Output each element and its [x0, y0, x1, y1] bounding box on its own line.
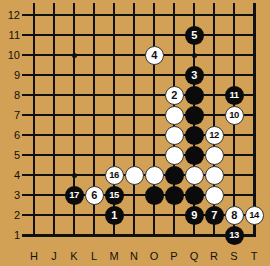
black-stone-s8[interactable]: 11 [225, 86, 244, 105]
column-label-q: Q [184, 250, 204, 263]
row-label-11: 11 [0, 29, 20, 41]
white-stone-p8[interactable]: 2 [165, 86, 184, 105]
black-stone-m3[interactable]: 15 [105, 186, 124, 205]
white-stone-m4[interactable]: 16 [105, 166, 124, 185]
column-label-h: H [24, 250, 44, 263]
row-label-3: 3 [0, 189, 20, 201]
go-board[interactable]: 1234567891011121314151617 12345678910111… [0, 0, 270, 266]
row-label-12: 12 [0, 9, 20, 21]
grid-line-h [22, 74, 256, 76]
move-number: 12 [209, 130, 219, 140]
move-number: 3 [191, 70, 197, 81]
white-stone-p7[interactable] [165, 106, 184, 125]
row-label-8: 8 [0, 89, 20, 101]
black-stone-p3[interactable] [165, 186, 184, 205]
row-label-7: 7 [0, 109, 20, 121]
black-stone-o3[interactable] [145, 186, 164, 205]
white-stone-s2[interactable]: 8 [225, 206, 244, 225]
row-label-6: 6 [0, 129, 20, 141]
grid-line-h [22, 14, 256, 16]
black-stone-q7[interactable] [185, 106, 204, 125]
black-stone-q2[interactable]: 9 [185, 206, 204, 225]
grid-line-v [133, 3, 135, 237]
move-number: 5 [191, 30, 197, 41]
grid-line-h [22, 54, 256, 56]
black-stone-q9[interactable]: 3 [185, 66, 204, 85]
move-number: 13 [229, 230, 239, 240]
column-label-k: K [64, 250, 84, 263]
white-stone-r3[interactable] [205, 186, 224, 205]
white-stone-r4[interactable] [205, 166, 224, 185]
row-label-4: 4 [0, 169, 20, 181]
black-stone-q8[interactable] [185, 86, 204, 105]
move-number: 4 [151, 50, 157, 61]
move-number: 11 [229, 90, 238, 100]
grid-line-v [33, 3, 35, 237]
board-edge-bottom [22, 234, 256, 237]
move-number: 7 [211, 210, 217, 221]
column-label-s: S [224, 250, 244, 263]
grid-line-v [53, 3, 55, 237]
row-label-2: 2 [0, 209, 20, 221]
black-stone-k3[interactable]: 17 [65, 186, 84, 205]
move-number: 1 [111, 210, 117, 221]
white-stone-o4[interactable] [145, 166, 164, 185]
star-point-q10 [192, 53, 197, 58]
move-number: 2 [171, 90, 177, 101]
white-stone-t2[interactable]: 14 [245, 206, 264, 225]
grid-line-h [22, 94, 256, 96]
white-stone-o10[interactable]: 4 [145, 46, 164, 65]
black-stone-q5[interactable] [185, 146, 204, 165]
board-edge-right [253, 3, 256, 237]
black-stone-q11[interactable]: 5 [185, 26, 204, 45]
column-label-p: P [164, 250, 184, 263]
move-number: 14 [249, 210, 259, 220]
white-stone-r5[interactable] [205, 146, 224, 165]
black-stone-s1[interactable]: 13 [225, 226, 244, 245]
column-label-t: T [244, 250, 264, 263]
white-stone-n4[interactable] [125, 166, 144, 185]
star-point-k4 [72, 173, 77, 178]
white-stone-p5[interactable] [165, 146, 184, 165]
move-number: 10 [229, 110, 239, 120]
column-label-m: M [104, 250, 124, 263]
black-stone-r2[interactable]: 7 [205, 206, 224, 225]
row-label-10: 10 [0, 49, 20, 61]
column-label-l: L [84, 250, 104, 263]
move-number: 16 [109, 170, 119, 180]
white-stone-l3[interactable]: 6 [85, 186, 104, 205]
black-stone-p4[interactable] [165, 166, 184, 185]
column-label-j: J [44, 250, 64, 263]
column-label-o: O [144, 250, 164, 263]
move-number: 8 [231, 210, 237, 221]
star-point-k10 [72, 53, 77, 58]
white-stone-q4[interactable] [185, 166, 204, 185]
move-number: 17 [69, 190, 79, 200]
move-number: 6 [91, 190, 97, 201]
grid-line-h [22, 114, 256, 116]
white-stone-s7[interactable]: 10 [225, 106, 244, 125]
white-stone-p6[interactable] [165, 126, 184, 145]
white-stone-r6[interactable]: 12 [205, 126, 224, 145]
grid-line-h [22, 34, 256, 36]
column-label-r: R [204, 250, 224, 263]
move-number: 15 [109, 190, 119, 200]
row-label-1: 1 [0, 229, 20, 241]
black-stone-q3[interactable] [185, 186, 204, 205]
row-label-9: 9 [0, 69, 20, 81]
column-label-n: N [124, 250, 144, 263]
black-stone-q6[interactable] [185, 126, 204, 145]
black-stone-m2[interactable]: 1 [105, 206, 124, 225]
move-number: 9 [191, 210, 197, 221]
row-label-5: 5 [0, 149, 20, 161]
